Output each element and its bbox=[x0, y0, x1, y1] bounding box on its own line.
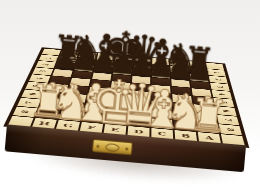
rank-label-text: 2 bbox=[42, 63, 51, 66]
rank-label-text: 5 bbox=[219, 101, 228, 104]
file-label-text: B bbox=[181, 133, 191, 139]
rank-label-text: 1 bbox=[44, 57, 53, 59]
file-label-text: F bbox=[87, 125, 96, 130]
latch-button bbox=[105, 143, 120, 152]
file-label-text: H bbox=[65, 52, 74, 55]
chess-set-photo: HGFEDCBA1122334455667788HGFEDCBA ♜♞♝♚♛♝♞… bbox=[0, 0, 260, 190]
rank-label-text: 3 bbox=[38, 70, 47, 73]
file-label-text: G bbox=[63, 123, 74, 128]
latch-screw-left bbox=[96, 144, 99, 147]
file-label-text: E bbox=[121, 57, 128, 60]
file-label-text: H bbox=[39, 121, 51, 126]
file-label-text: A bbox=[193, 63, 200, 66]
rank-label-text: 6 bbox=[221, 109, 231, 112]
rank-label-text: 4 bbox=[217, 93, 226, 96]
file-label-text: D bbox=[134, 129, 144, 135]
file-label-text: A bbox=[205, 135, 214, 141]
scene-tilt: HGFEDCBA1122334455667788HGFEDCBA ♜♞♝♚♛♝♞… bbox=[0, 0, 260, 190]
file-label-text: C bbox=[158, 131, 167, 137]
rank-label-text: 5 bbox=[32, 85, 42, 88]
brass-latch bbox=[91, 139, 132, 155]
rank-label-text: 7 bbox=[24, 101, 34, 104]
rank-label-text: 7 bbox=[223, 118, 233, 122]
rank-label-text: 1 bbox=[212, 71, 220, 74]
file-label-text: G bbox=[84, 53, 92, 56]
rank-label-text: 8 bbox=[20, 110, 31, 114]
file-label-text: D bbox=[139, 58, 146, 61]
rank-label-text: 4 bbox=[35, 77, 44, 80]
file-label-text: E bbox=[111, 127, 120, 132]
rank-label-text: 6 bbox=[28, 93, 38, 96]
latch-screw-right bbox=[125, 147, 128, 150]
file-label-text: C bbox=[157, 60, 164, 63]
rank-label-text: 2 bbox=[214, 78, 222, 81]
file-label-text: F bbox=[103, 55, 109, 58]
rank-label-text: 3 bbox=[215, 85, 224, 88]
file-label-text: B bbox=[175, 61, 182, 64]
rank-label-text: 8 bbox=[225, 128, 235, 132]
